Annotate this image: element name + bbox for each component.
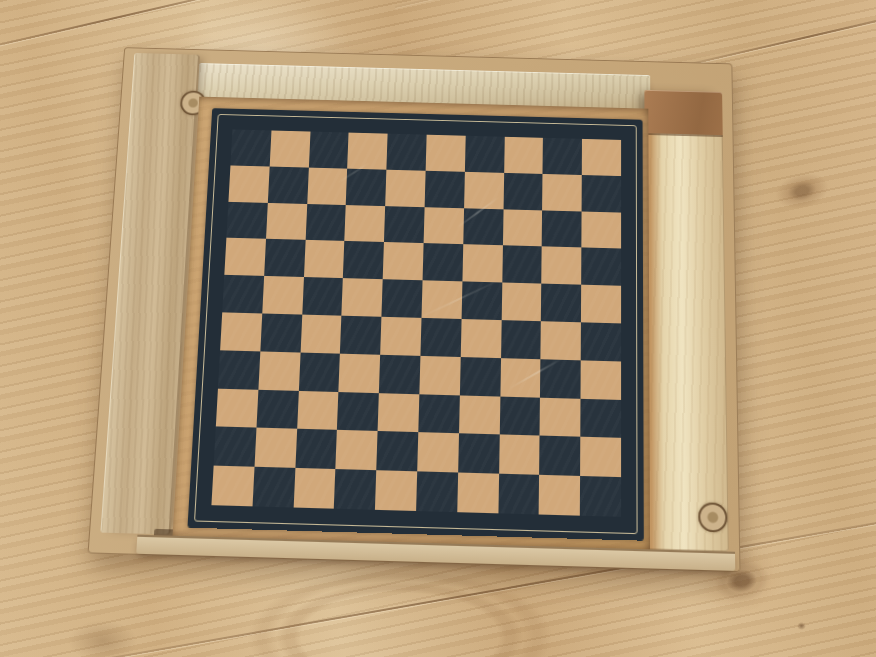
board-square <box>230 129 271 166</box>
board-square <box>540 397 581 437</box>
board-border <box>187 108 643 541</box>
board-square <box>211 466 254 507</box>
board-square <box>459 395 500 435</box>
board-square <box>216 388 258 428</box>
box-right-slide-rail <box>644 90 728 552</box>
board-square <box>342 278 383 316</box>
board-square <box>423 243 464 281</box>
board-square <box>503 173 543 210</box>
board-square <box>268 166 309 203</box>
board-square <box>334 469 376 510</box>
board-square <box>542 174 582 211</box>
board-square <box>542 247 582 285</box>
board-square <box>218 350 260 389</box>
board-square <box>501 283 541 322</box>
board-square <box>308 132 348 169</box>
game-box-tray <box>88 47 741 572</box>
board-square <box>337 392 379 432</box>
board-square <box>581 248 621 286</box>
board-square <box>580 437 621 477</box>
board-square <box>458 434 499 474</box>
board-square <box>582 211 622 249</box>
floor-grain-arcs <box>210 552 590 657</box>
board-square <box>416 472 458 513</box>
board-square <box>305 204 346 242</box>
board-square <box>380 317 421 356</box>
board-square <box>376 431 418 471</box>
board-square <box>582 139 621 176</box>
board-square <box>539 436 580 476</box>
board-square <box>580 476 621 517</box>
board-square <box>581 285 621 324</box>
board-square <box>222 275 264 313</box>
board-square <box>339 353 381 392</box>
board-square <box>224 238 265 276</box>
board-square <box>419 356 460 395</box>
board-square <box>457 473 499 514</box>
board-square <box>425 171 465 208</box>
board-square <box>465 136 505 173</box>
board-square <box>343 241 384 279</box>
floor-knot <box>762 160 843 222</box>
board-square <box>300 315 342 354</box>
board-square <box>260 313 302 352</box>
board-square <box>460 357 501 396</box>
board-square <box>226 201 267 239</box>
board-square <box>297 391 339 431</box>
board-square <box>298 352 340 391</box>
game-box <box>88 47 741 572</box>
board-square <box>499 435 540 475</box>
board-square <box>501 320 542 359</box>
dowel-plug-bottom-right <box>698 502 727 532</box>
board-square <box>266 203 307 241</box>
board-square <box>417 433 459 473</box>
floor-plank-seam <box>0 0 255 52</box>
board-square <box>384 206 424 244</box>
board-square <box>252 467 295 508</box>
board-square <box>543 138 582 175</box>
board-square <box>228 165 269 202</box>
board-square <box>382 279 423 317</box>
floor-plank-seam <box>395 0 688 8</box>
board-square <box>420 318 461 357</box>
board-square <box>295 429 337 469</box>
board-square <box>500 358 541 397</box>
board-square <box>220 312 262 351</box>
board-square <box>304 240 345 278</box>
board-square <box>269 130 310 167</box>
board-square <box>262 276 304 314</box>
board-grid <box>211 129 621 516</box>
board-square <box>581 322 621 361</box>
floor-knot <box>797 622 806 630</box>
board-square <box>418 394 459 434</box>
board-square <box>581 360 621 399</box>
board-square <box>379 355 420 394</box>
board-square <box>258 351 300 390</box>
board-square <box>582 175 621 212</box>
board-square <box>302 277 343 315</box>
board-square <box>378 393 420 433</box>
board-square <box>502 246 542 284</box>
board-square <box>293 468 335 509</box>
board-square <box>387 134 427 171</box>
board-square <box>254 428 296 468</box>
board-square <box>498 474 539 515</box>
board-square <box>504 137 543 174</box>
board-square <box>336 430 378 470</box>
draughts-board <box>173 97 651 550</box>
board-square <box>375 470 417 511</box>
board-square <box>264 239 305 277</box>
board-square <box>503 209 543 247</box>
board-square <box>307 167 348 204</box>
board-square <box>580 398 621 438</box>
board-square <box>214 427 257 467</box>
board-square <box>340 316 381 355</box>
board-square <box>539 475 580 516</box>
board-square <box>461 319 502 358</box>
board-square <box>541 321 581 360</box>
board-square <box>383 242 424 280</box>
board-square <box>499 396 540 436</box>
floor-knot <box>55 612 151 657</box>
board-square <box>345 205 386 243</box>
rail-end-cap <box>644 90 722 135</box>
board-square <box>464 172 504 209</box>
board-square <box>426 135 466 172</box>
photo-scene <box>0 0 876 657</box>
board-square <box>385 170 425 207</box>
floor-plank-seam <box>686 8 876 66</box>
board-square <box>256 389 298 429</box>
board-square <box>542 210 582 248</box>
board-square <box>541 284 581 323</box>
board-square <box>463 208 503 246</box>
board-square <box>462 245 502 283</box>
